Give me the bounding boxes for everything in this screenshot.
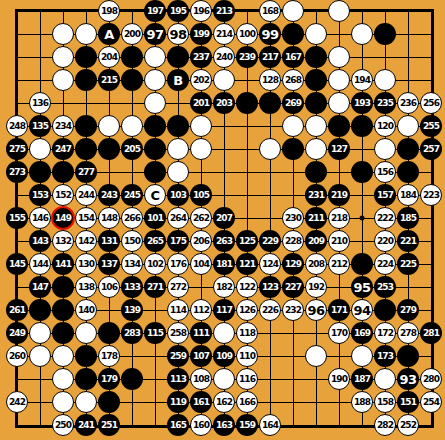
- move-number-label: 118: [239, 329, 255, 338]
- stone-white-r7c8[interactable]: [167, 138, 189, 160]
- stone-white-118-r15c11[interactable]: 118: [236, 322, 258, 344]
- stone-black-163-r19c10[interactable]: 163: [213, 414, 235, 436]
- stone-black-r8c16[interactable]: [351, 161, 373, 183]
- stone-white-206-r11c9[interactable]: 206: [190, 230, 212, 252]
- stone-black-r6c7[interactable]: [144, 115, 166, 137]
- move-number-label: 245: [124, 191, 140, 200]
- stone-white-r7c2[interactable]: [29, 138, 51, 160]
- stone-black-227-r13c13[interactable]: 227: [282, 276, 304, 298]
- stone-white-128-r4c12[interactable]: 128: [259, 69, 281, 91]
- stone-white-176-r12c8[interactable]: 176: [167, 253, 189, 275]
- stone-white-r17c10[interactable]: [213, 368, 235, 390]
- stone-black-241-r19c4[interactable]: 241: [75, 414, 97, 436]
- stone-black-237-r3c9[interactable]: 237: [190, 46, 212, 68]
- stone-black-r6c4[interactable]: [75, 115, 97, 137]
- stone-white-r6c13[interactable]: [282, 115, 304, 137]
- stone-white-280-r17c19[interactable]: 280: [420, 368, 442, 390]
- stone-white-256-r5c19[interactable]: 256: [420, 92, 442, 114]
- stone-black-221-r11c18[interactable]: 221: [397, 230, 419, 252]
- stone-black-279-r14c18[interactable]: 279: [397, 299, 419, 321]
- stone-black-265-r11c7[interactable]: 265: [144, 230, 166, 252]
- move-number-label: 120: [377, 122, 393, 131]
- stone-black-131-r11c5[interactable]: 131: [98, 230, 120, 252]
- stone-black-r2c13[interactable]: [282, 23, 304, 45]
- move-number-label: 224: [377, 260, 393, 269]
- stone-white-248-r6c1[interactable]: 248: [6, 115, 28, 137]
- stone-white-202-r4c9[interactable]: 202: [190, 69, 212, 91]
- stone-white-242-r18c1[interactable]: 242: [6, 391, 28, 413]
- stone-black-93-r17c18[interactable]: 93: [397, 368, 419, 390]
- move-number-label: 151: [400, 398, 416, 407]
- stone-white-94-r14c16[interactable]: 94: [351, 299, 373, 321]
- stone-black-95-r13c16[interactable]: 95: [351, 276, 373, 298]
- stone-white-192-r13c14[interactable]: 192: [305, 276, 327, 298]
- move-number-label: 226: [262, 306, 278, 315]
- stone-black-r3c14[interactable]: [305, 46, 327, 68]
- stone-white-r2c3[interactable]: [52, 23, 74, 45]
- stone-black-r4c4[interactable]: [75, 69, 97, 91]
- stone-black-135-r6c2[interactable]: 135: [29, 115, 51, 137]
- move-number-label: 197: [147, 7, 163, 16]
- stone-white-220-r11c17[interactable]: 220: [374, 230, 396, 252]
- stone-white-r4c17[interactable]: [374, 69, 396, 91]
- move-number-label: 115: [147, 329, 163, 338]
- stone-white-138-r13c4[interactable]: 138: [75, 276, 97, 298]
- stone-black-r3c6[interactable]: [121, 46, 143, 68]
- stone-black-167-r3c13[interactable]: 167: [282, 46, 304, 68]
- stone-black-197-r1c7[interactable]: 197: [144, 0, 166, 22]
- move-number-label: 170: [331, 329, 347, 338]
- stone-white-190-r17c15[interactable]: 190: [328, 368, 350, 390]
- stone-black-217-r3c12[interactable]: 217: [259, 46, 281, 68]
- stone-white-172-r15c17[interactable]: 172: [374, 322, 396, 344]
- stone-black-97-r2c7[interactable]: 97: [144, 23, 166, 45]
- stone-white-223-r9c19[interactable]: 223: [420, 184, 442, 206]
- stone-black-r15c3[interactable]: [52, 322, 74, 344]
- stone-black-r5c12[interactable]: [259, 92, 281, 114]
- stone-white-r16c2[interactable]: [29, 345, 51, 367]
- stone-white-222-r10c17[interactable]: 222: [374, 207, 396, 229]
- stone-black-117-r14c10[interactable]: 117: [213, 299, 235, 321]
- stone-black-243-r9c5[interactable]: 243: [98, 184, 120, 206]
- stone-white-r17c3[interactable]: [52, 368, 74, 390]
- stone-white-266-r10c6[interactable]: 266: [121, 207, 143, 229]
- stone-black-r6c15[interactable]: [328, 115, 350, 137]
- stone-white-166-r18c11[interactable]: 166: [236, 391, 258, 413]
- stone-black-275-r7c1[interactable]: 275: [6, 138, 28, 160]
- move-number-label: 209: [308, 237, 324, 246]
- stone-black-r16c4[interactable]: [75, 345, 97, 367]
- stone-black-r17c6[interactable]: [121, 368, 143, 390]
- stone-black-r5c14[interactable]: [305, 92, 327, 114]
- move-number-label: 204: [101, 53, 117, 62]
- stone-white-142-r11c4[interactable]: 142: [75, 230, 97, 252]
- stone-white-r18c3[interactable]: [52, 391, 74, 413]
- stone-black-141-r12c3[interactable]: 141: [52, 253, 74, 275]
- stone-black-181-r12c10[interactable]: 181: [213, 253, 235, 275]
- stone-black-165-r19c8[interactable]: 165: [167, 414, 189, 436]
- stone-white-178-r16c5[interactable]: 178: [98, 345, 120, 367]
- stone-black-r4c14[interactable]: [305, 69, 327, 91]
- stone-black-203-r5c10[interactable]: 203: [213, 92, 235, 114]
- stone-black-235-r5c17[interactable]: 235: [374, 92, 396, 114]
- move-number-label: 234: [55, 122, 71, 131]
- stone-white-r18c4[interactable]: [75, 391, 97, 413]
- stone-white-160-r19c9[interactable]: 160: [190, 414, 212, 436]
- stone-white-r16c14[interactable]: [305, 345, 327, 367]
- stone-black-247-r7c3[interactable]: 247: [52, 138, 74, 160]
- stone-white-200-r2c6[interactable]: 200: [121, 23, 143, 45]
- stone-white-262-r10c9[interactable]: 262: [190, 207, 212, 229]
- stone-white-196-r1c9[interactable]: 196: [190, 0, 212, 22]
- stone-white-134-r12c6[interactable]: 134: [121, 253, 143, 275]
- move-number-label: 181: [216, 260, 232, 269]
- move-number-label: 108: [193, 375, 209, 384]
- stone-white-252-r19c18[interactable]: 252: [397, 414, 419, 436]
- go-board[interactable]: 198197195196213168A200979819921410099204…: [0, 0, 445, 440]
- stone-white-r4c7[interactable]: [144, 69, 166, 91]
- stone-black-r6c8[interactable]: [167, 115, 189, 137]
- stone-white-r4c15[interactable]: [328, 69, 350, 91]
- stone-white-104-r12c9[interactable]: 104: [190, 253, 212, 275]
- stone-black-115-r15c7[interactable]: 115: [144, 322, 166, 344]
- stone-white-244-r9c4[interactable]: 244: [75, 184, 97, 206]
- stone-white-r3c7[interactable]: [144, 46, 166, 68]
- stone-black-225-r12c18[interactable]: 225: [397, 253, 419, 275]
- stone-white-112-r14c9[interactable]: 112: [190, 299, 212, 321]
- stone-white-240-r3c10[interactable]: 240: [213, 46, 235, 68]
- move-number-label: 260: [9, 352, 25, 361]
- stone-white-r7c14[interactable]: [305, 138, 327, 160]
- stone-black-133-r13c6[interactable]: 133: [121, 276, 143, 298]
- move-number-label: 207: [216, 214, 232, 223]
- stone-white-r7c17[interactable]: [374, 138, 396, 160]
- stone-white-r15c2[interactable]: [29, 322, 51, 344]
- stone-white-148-r10c5[interactable]: 148: [98, 207, 120, 229]
- stone-white-198-r1c5[interactable]: 198: [98, 0, 120, 22]
- stone-white-r4c3[interactable]: [52, 69, 74, 91]
- stone-white-188-r18c16[interactable]: 188: [351, 391, 373, 413]
- stone-white-152-r9c3[interactable]: 152: [52, 184, 74, 206]
- stone-black-103-r9c8[interactable]: 103: [167, 184, 189, 206]
- stone-black-125-r11c11[interactable]: 125: [236, 230, 258, 252]
- stone-black-213-r1c10[interactable]: 213: [213, 0, 235, 22]
- stone-black-185-r10c18[interactable]: 185: [397, 207, 419, 229]
- stone-black-161-r18c9[interactable]: 161: [190, 391, 212, 413]
- stone-white-130-r12c4[interactable]: 130: [75, 253, 97, 275]
- stone-black-195-r1c8[interactable]: 195: [167, 0, 189, 22]
- stone-white-108-r17c9[interactable]: 108: [190, 368, 212, 390]
- move-number-label: 100: [239, 30, 255, 39]
- stone-white-r2c14[interactable]: [305, 23, 327, 45]
- stone-black-257-r7c19[interactable]: 257: [420, 138, 442, 160]
- stone-black-107-r16c9[interactable]: 107: [190, 345, 212, 367]
- stone-white-r7c9[interactable]: [190, 138, 212, 160]
- stone-black-147-r13c2[interactable]: 147: [29, 276, 51, 298]
- stone-white-214-r2c10[interactable]: 214: [213, 23, 235, 45]
- stone-white-146-r10c2[interactable]: 146: [29, 207, 51, 229]
- stone-white-100-r2c11[interactable]: 100: [236, 23, 258, 45]
- stone-white-r16c3[interactable]: [52, 345, 74, 367]
- stone-black-145-r12c1[interactable]: 145: [6, 253, 28, 275]
- stone-black-r2c17[interactable]: [374, 23, 396, 45]
- stone-black-143-r11c2[interactable]: 143: [29, 230, 51, 252]
- stone-white-98-r2c8[interactable]: 98: [167, 23, 189, 45]
- stone-white-r2c4[interactable]: [75, 23, 97, 45]
- stone-black-269-r5c13[interactable]: 269: [282, 92, 304, 114]
- stone-black-r7c18[interactable]: [397, 138, 419, 160]
- stone-black-249-r15c1[interactable]: 249: [6, 322, 28, 344]
- stone-black-r8c3[interactable]: [52, 161, 74, 183]
- stone-white-116-r17c11[interactable]: 116: [236, 368, 258, 390]
- stone-black-255-r6c19[interactable]: 255: [420, 115, 442, 137]
- stone-black-121-r12c11[interactable]: 121: [236, 253, 258, 275]
- stone-white-272-r13c8[interactable]: 272: [167, 276, 189, 298]
- stone-black-155-r10c1[interactable]: 155: [6, 207, 28, 229]
- move-number-label: C: [150, 189, 159, 202]
- stone-black-153-r9c2[interactable]: 153: [29, 184, 51, 206]
- stone-white-182-r13c10[interactable]: 182: [213, 276, 235, 298]
- stone-black-175-r11c8[interactable]: 175: [167, 230, 189, 252]
- move-number-label: 200: [124, 30, 140, 39]
- stone-black-r13c3[interactable]: [52, 276, 74, 298]
- stone-white-140-r14c4[interactable]: 140: [75, 299, 97, 321]
- move-number-label: 101: [147, 214, 163, 223]
- stone-black-r18c5[interactable]: [98, 391, 120, 413]
- stone-white-r6c9[interactable]: [190, 115, 212, 137]
- stone-black-157-r9c17[interactable]: 157: [374, 184, 396, 206]
- stone-black-r7c4[interactable]: [75, 138, 97, 160]
- move-number-label: 165: [170, 421, 186, 430]
- stone-black-277-r8c4[interactable]: 277: [75, 161, 97, 183]
- stone-white-122-r13c11[interactable]: 122: [236, 276, 258, 298]
- stone-white-r3c3[interactable]: [52, 46, 74, 68]
- stone-white-260-r16c1[interactable]: 260: [6, 345, 28, 367]
- stone-black-r7c13[interactable]: [282, 138, 304, 160]
- stone-black-239-r3c11[interactable]: 239: [236, 46, 258, 68]
- stone-black-129-r12c13[interactable]: 129: [282, 253, 304, 275]
- stone-white-136-r5c2[interactable]: 136: [29, 92, 51, 114]
- stone-white-r15c10[interactable]: [213, 322, 235, 344]
- stone-black-r8c2[interactable]: [29, 161, 51, 183]
- stone-black-205-r7c6[interactable]: 205: [121, 138, 143, 160]
- stone-black-229-r11c12[interactable]: 229: [259, 230, 281, 252]
- stone-black-179-r17c5[interactable]: 179: [98, 368, 120, 390]
- stone-white-258-r15c8[interactable]: 258: [167, 322, 189, 344]
- move-number-label: 160: [193, 421, 209, 430]
- stone-black-209-r11c14[interactable]: 209: [305, 230, 327, 252]
- stone-black-r14c17[interactable]: [374, 299, 396, 321]
- stone-white-r1c15[interactable]: [328, 0, 350, 22]
- move-number-label: 219: [331, 191, 347, 200]
- stone-white-r3c15[interactable]: [328, 46, 350, 68]
- stone-black-105-r9c9[interactable]: 105: [190, 184, 212, 206]
- stone-black-283-r15c6[interactable]: 283: [121, 322, 143, 344]
- stone-white-r6c5[interactable]: [98, 115, 120, 137]
- stone-black-211-r10c14[interactable]: 211: [305, 207, 327, 229]
- stone-white-96-r14c14[interactable]: 96: [305, 299, 327, 321]
- stone-white-114-r14c8[interactable]: 114: [167, 299, 189, 321]
- stone-white-r4c10[interactable]: [213, 69, 235, 91]
- stone-white-208-r12c14[interactable]: 208: [305, 253, 327, 275]
- stone-black-199-r2c9[interactable]: 199: [190, 23, 212, 45]
- stone-white-r1c13[interactable]: [282, 0, 304, 22]
- stone-white-250-r19c3[interactable]: 250: [52, 414, 74, 436]
- stone-white-232-r14c13[interactable]: 232: [282, 299, 304, 321]
- stone-black-169-r15c16[interactable]: 169: [351, 322, 373, 344]
- stone-black-r8c7[interactable]: [144, 161, 166, 183]
- stone-black-r7c7[interactable]: [144, 138, 166, 160]
- move-number-label: 154: [78, 214, 94, 223]
- stone-black-137-r12c5[interactable]: 137: [98, 253, 120, 275]
- stone-black-101-r10c7[interactable]: 101: [144, 207, 166, 229]
- stone-white-r5c7[interactable]: [144, 92, 166, 114]
- stone-black-251-r19c5[interactable]: 251: [98, 414, 120, 436]
- move-number-label: 133: [124, 283, 140, 292]
- stone-black-171-r14c15[interactable]: 171: [328, 299, 350, 321]
- stone-black-r3c4[interactable]: [75, 46, 97, 68]
- stone-black-r4c6[interactable]: [121, 69, 143, 91]
- stone-white-102-r12c7[interactable]: 102: [144, 253, 166, 275]
- move-number-label: 94: [353, 304, 370, 317]
- stone-white-150-r11c6[interactable]: 150: [121, 230, 143, 252]
- move-number-label: 130: [78, 260, 94, 269]
- stone-white-132-r11c3[interactable]: 132: [52, 230, 74, 252]
- stone-white-218-r10c15[interactable]: 218: [328, 207, 350, 229]
- stone-black-173-r16c17[interactable]: 173: [374, 345, 396, 367]
- stone-white-154-r10c4[interactable]: 154: [75, 207, 97, 229]
- move-number-label: 184: [400, 191, 416, 200]
- stone-white-228-r11c13[interactable]: 228: [282, 230, 304, 252]
- stone-white-236-r5c18[interactable]: 236: [397, 92, 419, 114]
- stone-white-110-r16c11[interactable]: 110: [236, 345, 258, 367]
- stone-black-263-r11c10[interactable]: 263: [213, 230, 235, 252]
- stone-white-254-r18c19[interactable]: 254: [420, 391, 442, 413]
- stone-white-r6c6[interactable]: [121, 115, 143, 137]
- stone-black-245-r9c6[interactable]: 245: [121, 184, 143, 206]
- stone-black-r16c18[interactable]: [397, 345, 419, 367]
- stone-black-B-r4c8[interactable]: B: [167, 69, 189, 91]
- stone-white-264-r10c8[interactable]: 264: [167, 207, 189, 229]
- move-number-label: 235: [377, 99, 393, 108]
- stone-black-281-r15c19[interactable]: 281: [420, 322, 442, 344]
- stone-black-r8c18[interactable]: [397, 161, 419, 183]
- stone-white-106-r13c5[interactable]: 106: [98, 276, 120, 298]
- stone-black-231-r9c14[interactable]: 231: [305, 184, 327, 206]
- stone-black-113-r17c8[interactable]: 113: [167, 368, 189, 390]
- stone-white-210-r11c15[interactable]: 210: [328, 230, 350, 252]
- stone-black-139-r14c6[interactable]: 139: [121, 299, 143, 321]
- stone-white-168-r1c12[interactable]: 168: [259, 0, 281, 22]
- stone-white-r2c16[interactable]: [351, 23, 373, 45]
- stone-white-r6c14[interactable]: [305, 115, 327, 137]
- stone-black-r6c16[interactable]: [351, 115, 373, 137]
- stone-black-193-r5c16[interactable]: 193: [351, 92, 373, 114]
- stone-white-282-r19c17[interactable]: 282: [374, 414, 396, 436]
- stone-white-r6c18[interactable]: [397, 115, 419, 137]
- stone-white-164-r19c12[interactable]: 164: [259, 414, 281, 436]
- stone-black-127-r7c15[interactable]: 127: [328, 138, 350, 160]
- stone-black-r8c14[interactable]: [305, 161, 327, 183]
- stone-black-111-r15c9[interactable]: 111: [190, 322, 212, 344]
- stone-black-253-r13c17[interactable]: 253: [374, 276, 396, 298]
- stone-white-158-r18c17[interactable]: 158: [374, 391, 396, 413]
- stone-black-215-r4c5[interactable]: 215: [98, 69, 120, 91]
- stone-black-r17c4[interactable]: [75, 368, 97, 390]
- move-number-label: 254: [423, 398, 439, 407]
- stone-white-194-r4c16[interactable]: 194: [351, 69, 373, 91]
- stone-white-230-r10c13[interactable]: 230: [282, 207, 304, 229]
- stone-black-259-r16c8[interactable]: 259: [167, 345, 189, 367]
- stone-white-r15c4[interactable]: [75, 322, 97, 344]
- stone-white-224-r12c17[interactable]: 224: [374, 253, 396, 275]
- stone-white-r17c17[interactable]: [374, 368, 396, 390]
- stone-white-r16c16[interactable]: [351, 345, 373, 367]
- move-number-label: 208: [308, 260, 324, 269]
- stone-black-273-r8c1[interactable]: 273: [6, 161, 28, 183]
- stone-black-123-r13c12[interactable]: 123: [259, 276, 281, 298]
- stone-black-A-r2c5[interactable]: A: [98, 23, 120, 45]
- stone-white-124-r12c12[interactable]: 124: [259, 253, 281, 275]
- stone-white-144-r12c2[interactable]: 144: [29, 253, 51, 275]
- move-number-label: 271: [147, 283, 163, 292]
- stone-white-162-r18c10[interactable]: 162: [213, 391, 235, 413]
- stone-black-201-r5c9[interactable]: 201: [190, 92, 212, 114]
- stone-black-r15c5[interactable]: [98, 322, 120, 344]
- stone-white-170-r15c15[interactable]: 170: [328, 322, 350, 344]
- stone-white-278-r15c18[interactable]: 278: [397, 322, 419, 344]
- stone-black-159-r19c11[interactable]: 159: [236, 414, 258, 436]
- stone-black-r3c8[interactable]: [167, 46, 189, 68]
- stone-white-r7c12[interactable]: [259, 138, 281, 160]
- stone-white-r8c8[interactable]: [167, 161, 189, 183]
- stone-black-99-r2c12[interactable]: 99: [259, 23, 281, 45]
- stone-black-149-r10c3[interactable]: 149: [52, 207, 74, 229]
- stone-white-C-r9c7[interactable]: C: [144, 184, 166, 206]
- stone-black-207-r10c10[interactable]: 207: [213, 207, 235, 229]
- move-number-label: 155: [9, 214, 25, 223]
- move-number-label: 220: [377, 237, 393, 246]
- stone-black-151-r18c18[interactable]: 151: [397, 391, 419, 413]
- stone-black-219-r9c15[interactable]: 219: [328, 184, 350, 206]
- stone-black-r14c3[interactable]: [52, 299, 74, 321]
- stone-white-120-r6c17[interactable]: 120: [374, 115, 396, 137]
- stone-black-r14c2[interactable]: [29, 299, 51, 321]
- stone-white-226-r14c12[interactable]: 226: [259, 299, 281, 321]
- stone-white-234-r6c3[interactable]: 234: [52, 115, 74, 137]
- stone-black-109-r16c10[interactable]: 109: [213, 345, 235, 367]
- stone-black-r7c5[interactable]: [98, 138, 120, 160]
- stone-white-212-r12c15[interactable]: 212: [328, 253, 350, 275]
- move-number-label: 265: [147, 237, 163, 246]
- stone-white-156-r8c17[interactable]: 156: [374, 161, 396, 183]
- star-point: [360, 216, 365, 221]
- stone-white-126-r14c11[interactable]: 126: [236, 299, 258, 321]
- stone-black-187-r17c16[interactable]: 187: [351, 368, 373, 390]
- stone-black-261-r14c1[interactable]: 261: [6, 299, 28, 321]
- stone-black-271-r13c7[interactable]: 271: [144, 276, 166, 298]
- move-number-label: 252: [400, 421, 416, 430]
- stone-white-r5c15[interactable]: [328, 92, 350, 114]
- stone-black-r5c11[interactable]: [236, 92, 258, 114]
- stone-white-204-r3c5[interactable]: 204: [98, 46, 120, 68]
- move-number-label: 119: [170, 398, 186, 407]
- stone-black-r12c16[interactable]: [351, 253, 373, 275]
- stone-white-268-r4c13[interactable]: 268: [282, 69, 304, 91]
- move-number-label: 172: [377, 329, 393, 338]
- stone-white-184-r9c18[interactable]: 184: [397, 184, 419, 206]
- stone-black-119-r18c8[interactable]: 119: [167, 391, 189, 413]
